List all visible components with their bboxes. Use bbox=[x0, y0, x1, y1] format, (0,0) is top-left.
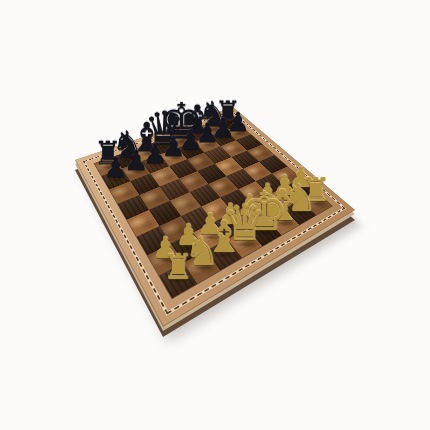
chess-scene: ♜♞♝♛♚♝♞♜♟♟♟♟♟♟♟♟♟♟♟♟♟♟♟♟♜♞♝♛♚♝♞♜ bbox=[0, 0, 430, 430]
piece-black-pawn-a7[interactable]: ♟ bbox=[103, 154, 128, 182]
pieces-layer: ♜♞♝♛♚♝♞♜♟♟♟♟♟♟♟♟♟♟♟♟♟♟♟♟♜♞♝♛♚♝♞♜ bbox=[0, 0, 430, 430]
piece-white-rook-a1[interactable]: ♜ bbox=[163, 249, 194, 284]
